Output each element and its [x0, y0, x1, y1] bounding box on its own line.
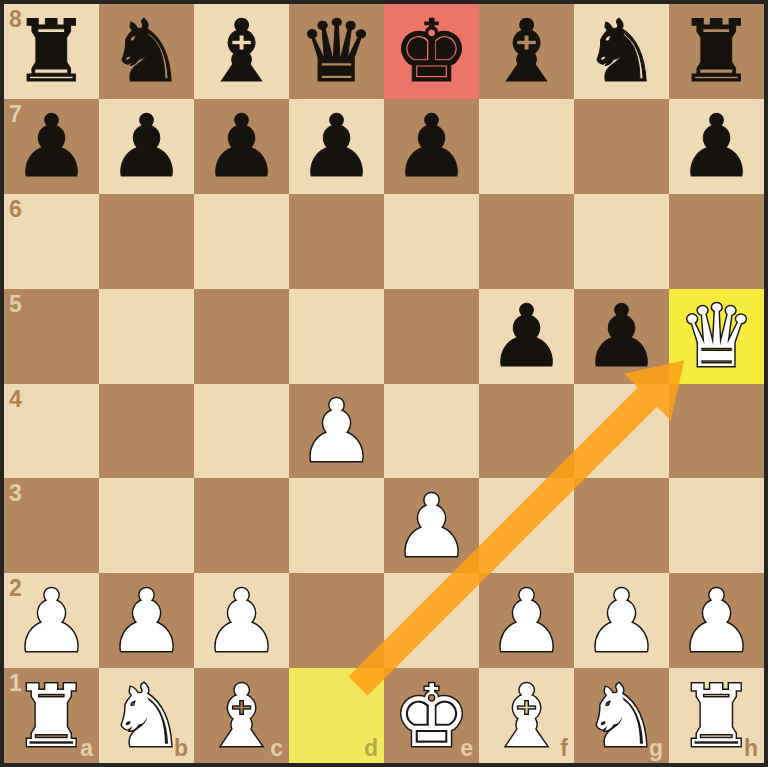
rank-label-5: 5 [9, 293, 22, 316]
black-knight[interactable]: ♞ [583, 4, 660, 98]
square-f7[interactable] [479, 99, 574, 194]
square-h2[interactable]: ♟ [669, 573, 764, 668]
black-rook[interactable]: ♜ [13, 4, 90, 98]
square-c8[interactable]: ♝ [194, 4, 289, 99]
white-pawn[interactable]: ♟ [108, 574, 185, 668]
square-e2[interactable] [384, 573, 479, 668]
file-label-e: e [460, 737, 473, 760]
square-f8[interactable]: ♝ [479, 4, 574, 99]
file-label-c: c [270, 737, 283, 760]
square-b5[interactable] [99, 289, 194, 384]
square-c7[interactable]: ♟ [194, 99, 289, 194]
square-g8[interactable]: ♞ [574, 4, 669, 99]
square-e7[interactable]: ♟ [384, 99, 479, 194]
square-d2[interactable] [289, 573, 384, 668]
rank-label-7: 7 [9, 103, 22, 126]
black-king[interactable]: ♚ [393, 4, 470, 98]
square-c1[interactable]: c♝ [194, 668, 289, 763]
white-pawn[interactable]: ♟ [13, 574, 90, 668]
file-label-f: f [560, 737, 568, 760]
white-pawn[interactable]: ♟ [298, 384, 375, 478]
square-h6[interactable] [669, 194, 764, 289]
square-g1[interactable]: g♞ [574, 668, 669, 763]
black-pawn[interactable]: ♟ [203, 99, 280, 193]
square-d5[interactable] [289, 289, 384, 384]
square-c4[interactable] [194, 384, 289, 479]
black-pawn[interactable]: ♟ [298, 99, 375, 193]
square-h4[interactable] [669, 384, 764, 479]
square-h5[interactable]: ♛ [669, 289, 764, 384]
square-a4[interactable]: 4 [4, 384, 99, 479]
square-f2[interactable]: ♟ [479, 573, 574, 668]
black-bishop[interactable]: ♝ [488, 4, 565, 98]
square-f3[interactable] [479, 478, 574, 573]
square-g7[interactable] [574, 99, 669, 194]
rank-label-1: 1 [9, 672, 22, 695]
rank-label-3: 3 [9, 482, 22, 505]
rank-label-4: 4 [9, 388, 22, 411]
white-pawn[interactable]: ♟ [393, 479, 470, 573]
white-queen[interactable]: ♛ [678, 289, 755, 383]
square-h7[interactable]: ♟ [669, 99, 764, 194]
square-a2[interactable]: 2♟ [4, 573, 99, 668]
square-a1[interactable]: 1a♜ [4, 668, 99, 763]
square-a6[interactable]: 6 [4, 194, 99, 289]
square-f1[interactable]: f♝ [479, 668, 574, 763]
square-e8[interactable]: ♚ [384, 4, 479, 99]
file-label-d: d [364, 737, 378, 760]
square-a5[interactable]: 5 [4, 289, 99, 384]
square-d3[interactable] [289, 478, 384, 573]
square-a8[interactable]: 8♜ [4, 4, 99, 99]
square-b2[interactable]: ♟ [99, 573, 194, 668]
square-e1[interactable]: e♚ [384, 668, 479, 763]
black-rook[interactable]: ♜ [678, 4, 755, 98]
white-bishop[interactable]: ♝ [203, 669, 280, 763]
square-g3[interactable] [574, 478, 669, 573]
chess-board: 8♜♞♝♛♚♝♞♜7♟♟♟♟♟♟65♟♟♛4♟3♟2♟♟♟♟♟♟1a♜b♞c♝d… [4, 4, 764, 763]
square-h3[interactable] [669, 478, 764, 573]
square-c6[interactable] [194, 194, 289, 289]
square-b8[interactable]: ♞ [99, 4, 194, 99]
board-frame: 8♜♞♝♛♚♝♞♜7♟♟♟♟♟♟65♟♟♛4♟3♟2♟♟♟♟♟♟1a♜b♞c♝d… [0, 0, 768, 767]
square-g2[interactable]: ♟ [574, 573, 669, 668]
white-pawn[interactable]: ♟ [678, 574, 755, 668]
white-king[interactable]: ♚ [393, 669, 470, 763]
square-e4[interactable] [384, 384, 479, 479]
black-bishop[interactable]: ♝ [203, 4, 280, 98]
black-pawn[interactable]: ♟ [13, 99, 90, 193]
white-pawn[interactable]: ♟ [583, 574, 660, 668]
square-f6[interactable] [479, 194, 574, 289]
white-pawn[interactable]: ♟ [203, 574, 280, 668]
square-f5[interactable]: ♟ [479, 289, 574, 384]
square-b6[interactable] [99, 194, 194, 289]
file-label-g: g [649, 737, 663, 760]
square-b1[interactable]: b♞ [99, 668, 194, 763]
square-c2[interactable]: ♟ [194, 573, 289, 668]
square-h1[interactable]: h♜ [669, 668, 764, 763]
square-d8[interactable]: ♛ [289, 4, 384, 99]
file-label-b: b [174, 737, 188, 760]
square-g5[interactable]: ♟ [574, 289, 669, 384]
square-e6[interactable] [384, 194, 479, 289]
square-a7[interactable]: 7♟ [4, 99, 99, 194]
black-knight[interactable]: ♞ [108, 4, 185, 98]
white-pawn[interactable]: ♟ [488, 574, 565, 668]
black-pawn[interactable]: ♟ [393, 99, 470, 193]
rank-label-2: 2 [9, 577, 22, 600]
square-f4[interactable] [479, 384, 574, 479]
black-pawn[interactable]: ♟ [108, 99, 185, 193]
square-d4[interactable]: ♟ [289, 384, 384, 479]
square-g4[interactable] [574, 384, 669, 479]
rank-label-6: 6 [9, 198, 22, 221]
file-label-a: a [80, 737, 93, 760]
black-queen[interactable]: ♛ [298, 4, 375, 98]
black-pawn[interactable]: ♟ [488, 289, 565, 383]
square-c5[interactable] [194, 289, 289, 384]
square-a3[interactable]: 3 [4, 478, 99, 573]
square-d6[interactable] [289, 194, 384, 289]
rank-label-8: 8 [9, 8, 22, 31]
file-label-h: h [744, 737, 758, 760]
square-d7[interactable]: ♟ [289, 99, 384, 194]
square-b7[interactable]: ♟ [99, 99, 194, 194]
white-bishop[interactable]: ♝ [488, 669, 565, 763]
white-rook[interactable]: ♜ [13, 669, 90, 763]
black-pawn[interactable]: ♟ [678, 99, 755, 193]
square-g6[interactable] [574, 194, 669, 289]
square-e5[interactable] [384, 289, 479, 384]
square-b4[interactable] [99, 384, 194, 479]
square-b3[interactable] [99, 478, 194, 573]
square-c3[interactable] [194, 478, 289, 573]
black-pawn[interactable]: ♟ [583, 289, 660, 383]
square-h8[interactable]: ♜ [669, 4, 764, 99]
square-d1[interactable]: d [289, 668, 384, 763]
square-e3[interactable]: ♟ [384, 478, 479, 573]
